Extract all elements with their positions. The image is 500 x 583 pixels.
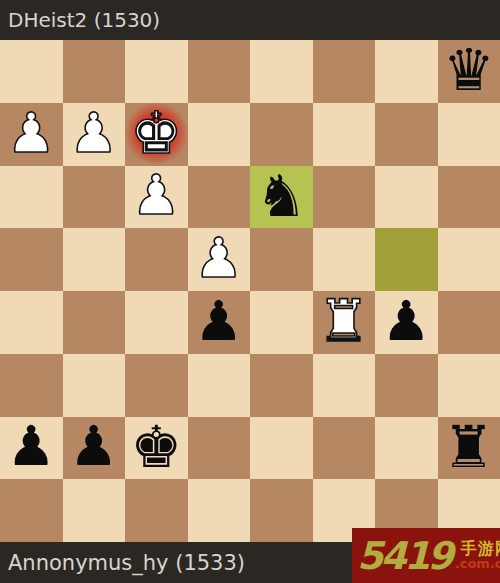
square-g7[interactable]: ♟ (63, 417, 126, 480)
white-king[interactable]: ♚ (130, 104, 182, 162)
square-b5[interactable]: ♟ (375, 291, 438, 354)
square-c5[interactable]: ♜ (313, 291, 376, 354)
square-h5[interactable] (0, 291, 63, 354)
black-pawn[interactable]: ♟ (194, 294, 243, 349)
square-f6[interactable] (125, 354, 188, 417)
square-b3[interactable] (375, 166, 438, 229)
black-king[interactable]: ♚ (130, 418, 182, 476)
square-c7[interactable] (313, 417, 376, 480)
square-e7[interactable] (188, 417, 251, 480)
square-h7[interactable]: ♟ (0, 417, 63, 480)
square-d2[interactable] (250, 103, 313, 166)
white-rook[interactable]: ♜ (318, 292, 370, 350)
chess-board[interactable]: ♛♟♟♚♟♞♟♟♜♟♟♟♚♜ (0, 40, 500, 542)
square-c1[interactable] (313, 40, 376, 103)
square-g8[interactable] (63, 479, 126, 542)
square-f8[interactable] (125, 479, 188, 542)
black-pawn[interactable]: ♟ (7, 419, 56, 474)
square-g4[interactable] (63, 228, 126, 291)
square-g5[interactable] (63, 291, 126, 354)
top-player-bar: DHeist2 (1530) (0, 0, 500, 40)
square-b4[interactable] (375, 228, 438, 291)
square-d5[interactable] (250, 291, 313, 354)
square-e8[interactable] (188, 479, 251, 542)
square-d3[interactable]: ♞ (250, 166, 313, 229)
square-f2[interactable]: ♚ (125, 103, 188, 166)
square-f3[interactable]: ♟ (125, 166, 188, 229)
chess-app-window: DHeist2 (1530) ♛♟♟♚♟♞♟♟♜♟♟♟♚♜ Annonymus_… (0, 0, 500, 583)
black-pawn[interactable]: ♟ (382, 294, 431, 349)
square-d4[interactable] (250, 228, 313, 291)
square-f4[interactable] (125, 228, 188, 291)
square-g3[interactable] (63, 166, 126, 229)
square-b6[interactable] (375, 354, 438, 417)
square-b2[interactable] (375, 103, 438, 166)
square-e2[interactable] (188, 103, 251, 166)
square-f7[interactable]: ♚ (125, 417, 188, 480)
square-g2[interactable]: ♟ (63, 103, 126, 166)
square-c3[interactable] (313, 166, 376, 229)
white-pawn[interactable]: ♟ (69, 106, 118, 161)
square-a3[interactable] (438, 166, 500, 229)
square-h1[interactable] (0, 40, 63, 103)
watermark-site-name: 手游网 (461, 540, 500, 558)
square-c4[interactable] (313, 228, 376, 291)
watermark-domain: .com.cn (455, 557, 500, 571)
square-d7[interactable] (250, 417, 313, 480)
square-a5[interactable] (438, 291, 500, 354)
square-f1[interactable] (125, 40, 188, 103)
square-e6[interactable] (188, 354, 251, 417)
watermark-text-block: 手游网 .com.cn (455, 540, 500, 572)
square-h6[interactable] (0, 354, 63, 417)
white-pawn[interactable]: ♟ (194, 231, 243, 286)
square-e3[interactable] (188, 166, 251, 229)
square-b7[interactable] (375, 417, 438, 480)
white-pawn[interactable]: ♟ (7, 106, 56, 161)
square-g1[interactable] (63, 40, 126, 103)
square-c6[interactable] (313, 354, 376, 417)
square-d1[interactable] (250, 40, 313, 103)
black-knight[interactable]: ♞ (255, 167, 307, 225)
square-g6[interactable] (63, 354, 126, 417)
black-rook[interactable]: ♜ (443, 418, 495, 476)
black-queen[interactable]: ♛ (443, 41, 495, 99)
square-h3[interactable] (0, 166, 63, 229)
square-d8[interactable] (250, 479, 313, 542)
watermark-digits: 5419 (357, 537, 451, 575)
black-pawn[interactable]: ♟ (69, 419, 118, 474)
square-a7[interactable]: ♜ (438, 417, 500, 480)
square-a6[interactable] (438, 354, 500, 417)
square-h4[interactable] (0, 228, 63, 291)
square-c2[interactable] (313, 103, 376, 166)
square-b1[interactable] (375, 40, 438, 103)
site-watermark: 5419 手游网 .com.cn (352, 528, 500, 583)
square-h2[interactable]: ♟ (0, 103, 63, 166)
square-d6[interactable] (250, 354, 313, 417)
square-a1[interactable]: ♛ (438, 40, 500, 103)
square-f5[interactable] (125, 291, 188, 354)
square-a4[interactable] (438, 228, 500, 291)
white-pawn[interactable]: ♟ (132, 168, 181, 223)
square-e5[interactable]: ♟ (188, 291, 251, 354)
square-e4[interactable]: ♟ (188, 228, 251, 291)
bottom-player-name: Annonymus_hy (1533) (8, 551, 245, 575)
square-a2[interactable] (438, 103, 500, 166)
square-h8[interactable] (0, 479, 63, 542)
square-e1[interactable] (188, 40, 251, 103)
top-player-name: DHeist2 (1530) (8, 8, 160, 32)
